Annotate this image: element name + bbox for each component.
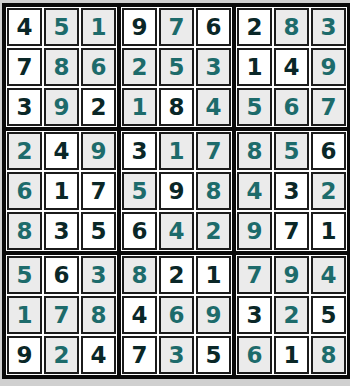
box-r1c3: 283149567 [234,5,349,129]
cell-r5c8[interactable]: 3 [274,172,309,210]
cell-r7c6[interactable]: 1 [196,256,231,294]
cell-r6c3[interactable]: 5 [81,212,116,250]
cell-r9c5[interactable]: 3 [159,336,194,374]
cell-r6c1[interactable]: 8 [7,212,42,250]
cell-r7c4[interactable]: 8 [122,256,157,294]
cell-r4c9[interactable]: 6 [311,132,346,170]
cell-r9c6[interactable]: 5 [196,336,231,374]
cell-r7c1[interactable]: 5 [7,256,42,294]
cell-r5c9[interactable]: 2 [311,172,346,210]
box-r1c1: 451786392 [4,5,119,129]
cell-r1c2[interactable]: 5 [44,8,79,46]
cell-r6c6[interactable]: 2 [196,212,231,250]
cell-r4c8[interactable]: 5 [274,132,309,170]
cell-r8c8[interactable]: 2 [274,296,309,334]
cell-r4c1[interactable]: 2 [7,132,42,170]
cell-r4c7[interactable]: 8 [237,132,272,170]
cell-r6c4[interactable]: 6 [122,212,157,250]
cell-r4c5[interactable]: 1 [159,132,194,170]
cell-r5c2[interactable]: 1 [44,172,79,210]
cell-r1c1[interactable]: 4 [7,8,42,46]
cell-r7c5[interactable]: 2 [159,256,194,294]
cell-r5c3[interactable]: 7 [81,172,116,210]
box-r3c3: 794325618 [234,253,349,377]
cell-r9c1[interactable]: 9 [7,336,42,374]
cell-r4c2[interactable]: 4 [44,132,79,170]
cell-r1c5[interactable]: 7 [159,8,194,46]
cell-r3c9[interactable]: 7 [311,88,346,126]
cell-r6c7[interactable]: 9 [237,212,272,250]
cell-r6c2[interactable]: 3 [44,212,79,250]
cell-r8c3[interactable]: 8 [81,296,116,334]
cell-r3c3[interactable]: 2 [81,88,116,126]
cell-r1c9[interactable]: 3 [311,8,346,46]
cell-r1c7[interactable]: 2 [237,8,272,46]
cell-r7c7[interactable]: 7 [237,256,272,294]
cell-r9c9[interactable]: 8 [311,336,346,374]
cell-r2c4[interactable]: 2 [122,48,157,86]
box-r3c2: 821469735 [119,253,234,377]
box-r2c1: 249617835 [4,129,119,253]
cell-r4c4[interactable]: 3 [122,132,157,170]
cell-r9c2[interactable]: 2 [44,336,79,374]
cell-r2c7[interactable]: 1 [237,48,272,86]
sudoku-board: 4517863929762531842831495672496178353175… [2,3,350,379]
cell-r9c8[interactable]: 1 [274,336,309,374]
cell-r2c9[interactable]: 9 [311,48,346,86]
cell-r1c3[interactable]: 1 [81,8,116,46]
cell-r2c2[interactable]: 8 [44,48,79,86]
cell-r3c1[interactable]: 3 [7,88,42,126]
cell-r2c1[interactable]: 7 [7,48,42,86]
cell-r3c6[interactable]: 4 [196,88,231,126]
box-r2c2: 317598642 [119,129,234,253]
cell-r7c3[interactable]: 3 [81,256,116,294]
cell-r8c5[interactable]: 6 [159,296,194,334]
cell-r4c3[interactable]: 9 [81,132,116,170]
cell-r8c4[interactable]: 4 [122,296,157,334]
cell-r5c7[interactable]: 4 [237,172,272,210]
box-r3c1: 563178924 [4,253,119,377]
cell-r8c9[interactable]: 5 [311,296,346,334]
cell-r8c1[interactable]: 1 [7,296,42,334]
cell-r7c2[interactable]: 6 [44,256,79,294]
cell-r9c3[interactable]: 4 [81,336,116,374]
cell-r8c7[interactable]: 3 [237,296,272,334]
box-r2c3: 856432971 [234,129,349,253]
cell-r5c5[interactable]: 9 [159,172,194,210]
cell-r4c6[interactable]: 7 [196,132,231,170]
cell-r7c8[interactable]: 9 [274,256,309,294]
cell-r1c4[interactable]: 9 [122,8,157,46]
cell-r2c5[interactable]: 5 [159,48,194,86]
cell-r6c8[interactable]: 7 [274,212,309,250]
cell-r3c7[interactable]: 5 [237,88,272,126]
sudoku-page: 4517863929762531842831495672496178353175… [0,0,350,386]
cell-r8c6[interactable]: 9 [196,296,231,334]
cell-r3c2[interactable]: 9 [44,88,79,126]
cell-r2c3[interactable]: 6 [81,48,116,86]
cell-r2c6[interactable]: 3 [196,48,231,86]
cell-r9c7[interactable]: 6 [237,336,272,374]
cell-r5c1[interactable]: 6 [7,172,42,210]
cell-r7c9[interactable]: 4 [311,256,346,294]
cell-r1c6[interactable]: 6 [196,8,231,46]
cell-r3c5[interactable]: 8 [159,88,194,126]
cell-r5c4[interactable]: 5 [122,172,157,210]
cell-r1c8[interactable]: 8 [274,8,309,46]
cell-r9c4[interactable]: 7 [122,336,157,374]
cell-r3c8[interactable]: 6 [274,88,309,126]
cell-r5c6[interactable]: 8 [196,172,231,210]
cell-r3c4[interactable]: 1 [122,88,157,126]
box-r1c2: 976253184 [119,5,234,129]
cell-r2c8[interactable]: 4 [274,48,309,86]
cell-r6c5[interactable]: 4 [159,212,194,250]
cell-r6c9[interactable]: 1 [311,212,346,250]
cell-r8c2[interactable]: 7 [44,296,79,334]
